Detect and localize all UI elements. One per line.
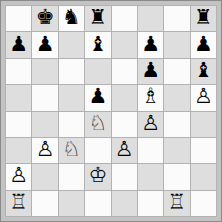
- square-d7[interactable]: ♝: [85, 32, 110, 57]
- square-g4[interactable]: [164, 112, 189, 137]
- square-c7[interactable]: [59, 32, 84, 57]
- chess-board-frame: ♚♞♜♜♟♟♝♟♟♟♝♟♗♙♘♙♙♘♙♙♔♖♖: [0, 0, 222, 222]
- square-d2[interactable]: ♔: [85, 164, 110, 189]
- piece-wn-d4: ♘: [88, 113, 107, 134]
- piece-bb-h6: ♝: [194, 60, 213, 81]
- piece-bn-c8: ♞: [62, 7, 81, 28]
- square-f7[interactable]: ♟: [138, 32, 163, 57]
- square-g5[interactable]: [164, 85, 189, 110]
- square-e4[interactable]: [112, 112, 137, 137]
- piece-bb-d7: ♝: [88, 34, 107, 55]
- square-h4[interactable]: [191, 112, 216, 137]
- square-b2[interactable]: [32, 164, 57, 189]
- square-g1[interactable]: ♖: [164, 191, 189, 216]
- square-b4[interactable]: [32, 112, 57, 137]
- square-f5[interactable]: ♗: [138, 85, 163, 110]
- square-a1[interactable]: ♖: [6, 191, 31, 216]
- square-h1[interactable]: [191, 191, 216, 216]
- square-d6[interactable]: [85, 59, 110, 84]
- piece-wp-h5: ♙: [194, 86, 213, 107]
- square-h3[interactable]: [191, 138, 216, 163]
- square-h5[interactable]: ♙: [191, 85, 216, 110]
- piece-bp-b7: ♟: [36, 34, 55, 55]
- piece-bp-a7: ♟: [9, 34, 28, 55]
- square-a2[interactable]: ♙: [6, 164, 31, 189]
- square-b7[interactable]: ♟: [32, 32, 57, 57]
- piece-bp-f7: ♟: [141, 34, 160, 55]
- square-e8[interactable]: [112, 6, 137, 31]
- square-b8[interactable]: ♚: [32, 6, 57, 31]
- piece-wk-d2: ♔: [88, 165, 107, 186]
- piece-bp-d5: ♟: [88, 86, 107, 107]
- square-g3[interactable]: [164, 138, 189, 163]
- square-a3[interactable]: [6, 138, 31, 163]
- square-f2[interactable]: [138, 164, 163, 189]
- piece-bp-f6: ♟: [141, 60, 160, 81]
- square-f8[interactable]: [138, 6, 163, 31]
- square-c2[interactable]: [59, 164, 84, 189]
- square-d4[interactable]: ♘: [85, 112, 110, 137]
- piece-wb-f5: ♗: [141, 86, 160, 107]
- piece-wp-f4: ♙: [141, 113, 160, 134]
- square-g8[interactable]: [164, 6, 189, 31]
- square-a4[interactable]: [6, 112, 31, 137]
- square-b3[interactable]: ♙: [32, 138, 57, 163]
- square-g2[interactable]: [164, 164, 189, 189]
- piece-bk-b8: ♚: [36, 7, 55, 28]
- square-h8[interactable]: ♜: [191, 6, 216, 31]
- piece-br-d8: ♜: [88, 7, 107, 28]
- piece-wr-a1: ♖: [9, 192, 28, 213]
- square-e2[interactable]: [112, 164, 137, 189]
- square-d3[interactable]: [85, 138, 110, 163]
- square-f1[interactable]: [138, 191, 163, 216]
- square-g7[interactable]: [164, 32, 189, 57]
- square-a8[interactable]: [6, 6, 31, 31]
- square-a5[interactable]: [6, 85, 31, 110]
- square-e5[interactable]: [112, 85, 137, 110]
- square-h2[interactable]: [191, 164, 216, 189]
- square-f6[interactable]: ♟: [138, 59, 163, 84]
- square-d8[interactable]: ♜: [85, 6, 110, 31]
- square-c1[interactable]: [59, 191, 84, 216]
- chess-board: ♚♞♜♜♟♟♝♟♟♟♝♟♗♙♘♙♙♘♙♙♔♖♖: [5, 5, 217, 217]
- square-e1[interactable]: [112, 191, 137, 216]
- piece-wr-g1: ♖: [168, 192, 187, 213]
- square-b5[interactable]: [32, 85, 57, 110]
- square-h7[interactable]: ♟: [191, 32, 216, 57]
- piece-wp-b3: ♙: [36, 139, 55, 160]
- square-b1[interactable]: [32, 191, 57, 216]
- square-c6[interactable]: [59, 59, 84, 84]
- square-c3[interactable]: ♘: [59, 138, 84, 163]
- square-c5[interactable]: [59, 85, 84, 110]
- square-e3[interactable]: ♙: [112, 138, 137, 163]
- square-c4[interactable]: [59, 112, 84, 137]
- square-d1[interactable]: [85, 191, 110, 216]
- square-g6[interactable]: [164, 59, 189, 84]
- square-a7[interactable]: ♟: [6, 32, 31, 57]
- piece-wn-c3: ♘: [62, 139, 81, 160]
- piece-wp-e3: ♙: [115, 139, 134, 160]
- square-e7[interactable]: [112, 32, 137, 57]
- square-c8[interactable]: ♞: [59, 6, 84, 31]
- square-f4[interactable]: ♙: [138, 112, 163, 137]
- piece-bp-h7: ♟: [194, 34, 213, 55]
- square-f3[interactable]: [138, 138, 163, 163]
- square-a6[interactable]: [6, 59, 31, 84]
- square-h6[interactable]: ♝: [191, 59, 216, 84]
- piece-br-h8: ♜: [194, 7, 213, 28]
- square-b6[interactable]: [32, 59, 57, 84]
- square-e6[interactable]: [112, 59, 137, 84]
- piece-wp-a2: ♙: [9, 165, 28, 186]
- square-d5[interactable]: ♟: [85, 85, 110, 110]
